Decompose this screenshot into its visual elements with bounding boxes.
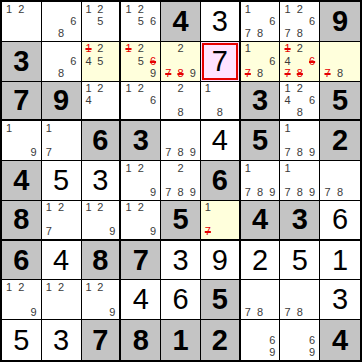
candidate-8: 8 <box>294 187 306 199</box>
solved-digit: 3 <box>332 285 348 314</box>
candidate-7: 7 <box>43 226 55 238</box>
cell-r7c5[interactable]: 3 <box>161 241 201 281</box>
cell-r8c2[interactable]: 12 <box>42 280 82 320</box>
candidate-5: 5 <box>135 15 147 27</box>
cell-r9c5[interactable]: 1 <box>161 320 201 360</box>
candidate-6: 6 <box>147 15 159 27</box>
candidate-1: 1 <box>242 162 254 174</box>
cell-r3c2[interactable]: 9 <box>42 82 82 122</box>
candidate-2: 2 <box>294 43 306 55</box>
candidate-grid: 126 <box>122 83 159 119</box>
cell-r9c6[interactable]: 2 <box>201 320 241 360</box>
solved-digit: 7 <box>212 47 228 76</box>
cell-r4c6[interactable]: 4 <box>201 121 241 161</box>
cell-r4c5[interactable]: 789 <box>161 121 201 161</box>
cell-r6c7[interactable]: 4 <box>241 201 281 241</box>
candidate-grid: 69 <box>281 321 318 359</box>
candidate-9: 9 <box>187 187 199 199</box>
candidate-1: 1 <box>281 83 293 95</box>
candidate-8: 8 <box>214 106 226 118</box>
cell-r7c6[interactable]: 9 <box>201 241 241 281</box>
candidate-grid: 19 <box>3 122 40 159</box>
candidate-2: 2 <box>94 202 106 214</box>
solved-digit: 3 <box>212 7 228 36</box>
candidate-9: 9 <box>306 346 318 359</box>
cell-r9c2[interactable]: 3 <box>42 320 82 360</box>
given-digit: 1 <box>172 326 188 355</box>
candidate-grid: 1245 <box>83 43 119 80</box>
candidate-8: 8 <box>55 28 67 40</box>
solved-digit: 4 <box>53 246 69 275</box>
solved-digit: 3 <box>172 246 188 275</box>
cell-r5c6[interactable]: 6 <box>201 161 241 201</box>
candidate-9: 9 <box>106 306 118 318</box>
candidate-2: 2 <box>135 3 147 15</box>
candidate-2: 2 <box>174 83 186 95</box>
solved-digit: 3 <box>92 166 108 195</box>
candidate-2: 2 <box>55 281 67 293</box>
candidate-7-eliminated: 7 <box>202 226 214 238</box>
candidate-7: 7 <box>281 28 293 40</box>
cell-r1c8[interactable]: 12678 <box>280 2 320 42</box>
candidate-8: 8 <box>254 306 266 318</box>
cell-r1c2[interactable]: 68 <box>42 2 82 42</box>
solved-digit: 6 <box>172 285 188 314</box>
candidate-1: 1 <box>202 83 214 95</box>
candidate-grid: 124 <box>83 83 119 119</box>
cell-r5c3[interactable]: 3 <box>82 161 122 201</box>
candidate-9: 9 <box>187 147 199 159</box>
solved-digit: 4 <box>212 126 228 155</box>
candidate-grid: 68 <box>43 3 80 40</box>
given-digit: 6 <box>13 246 29 275</box>
solved-digit: 5 <box>53 166 69 195</box>
candidate-2: 2 <box>15 281 27 293</box>
candidate-grid: 129 <box>3 281 40 318</box>
candidate-grid: 12468 <box>281 83 318 119</box>
candidate-8: 8 <box>55 67 67 79</box>
solved-digit: 3 <box>53 326 69 355</box>
candidate-grid: 1789 <box>281 122 318 159</box>
solved-digit: 2 <box>252 246 268 275</box>
candidate-1: 1 <box>122 83 134 95</box>
candidate-1-eliminated: 1 <box>122 43 134 55</box>
cell-r8c4[interactable]: 4 <box>121 280 161 320</box>
candidate-1: 1 <box>122 3 134 15</box>
candidate-8: 8 <box>174 187 186 199</box>
cell-r2c9[interactable]: 78 <box>320 42 360 82</box>
candidate-1: 1 <box>43 281 55 293</box>
cell-r9c3[interactable]: 7 <box>82 320 122 360</box>
candidate-grid: 1789 <box>281 162 318 199</box>
solved-digit: 4 <box>133 285 149 314</box>
candidate-1: 1 <box>242 3 254 15</box>
candidate-7-eliminated: 7 <box>162 67 174 79</box>
given-digit: 3 <box>133 126 149 155</box>
cell-r6c5[interactable]: 5 <box>161 201 201 241</box>
candidate-grid: 78 <box>321 162 359 199</box>
candidate-8: 8 <box>294 106 306 118</box>
cell-r9c7[interactable]: 69 <box>241 320 281 360</box>
cell-r1c4[interactable]: 1256 <box>121 2 161 42</box>
candidate-6: 6 <box>266 55 278 67</box>
cell-r5c5[interactable]: 2789 <box>161 161 201 201</box>
candidate-grid: 1256 <box>122 3 159 40</box>
cell-r5c1[interactable]: 4 <box>2 161 42 201</box>
candidate-2: 2 <box>135 202 147 214</box>
given-digit: 2 <box>332 126 348 155</box>
candidate-6: 6 <box>306 15 318 27</box>
candidate-1: 1 <box>3 122 15 134</box>
candidate-2: 2 <box>135 162 147 174</box>
cell-r8c3[interactable]: 129 <box>82 280 122 320</box>
candidate-2: 2 <box>294 83 306 95</box>
candidate-9: 9 <box>147 226 159 238</box>
cell-r6c9[interactable]: 6 <box>320 201 360 241</box>
candidate-1: 1 <box>83 83 95 95</box>
candidate-8: 8 <box>294 28 306 40</box>
cell-r1c3[interactable]: 125 <box>82 2 122 42</box>
given-digit: 7 <box>92 326 108 355</box>
candidate-5: 5 <box>94 55 106 67</box>
candidate-2: 2 <box>55 202 67 214</box>
candidate-7: 7 <box>281 147 293 159</box>
cell-r9c8[interactable]: 69 <box>280 320 320 360</box>
given-digit: 2 <box>212 326 228 355</box>
cell-r7c4[interactable]: 7 <box>121 241 161 281</box>
given-digit: 3 <box>252 86 268 115</box>
candidate-8: 8 <box>254 187 266 199</box>
candidate-grid: 17 <box>202 202 238 238</box>
candidate-6: 6 <box>306 94 318 106</box>
given-digit: 6 <box>212 166 228 195</box>
cell-r1c1[interactable]: 12 <box>2 2 42 42</box>
solved-digit: 1 <box>332 246 348 275</box>
candidate-6: 6 <box>67 15 79 27</box>
given-digit: 3 <box>292 205 308 234</box>
cell-r4c2[interactable]: 17 <box>42 121 82 161</box>
candidate-grid: 78 <box>242 281 279 318</box>
candidate-7-eliminated: 7 <box>321 67 334 79</box>
cell-r2c5[interactable]: 2789 <box>161 42 201 82</box>
candidate-grid: 2789 <box>162 43 199 80</box>
candidate-7: 7 <box>281 187 293 199</box>
cell-r7c7[interactable]: 2 <box>241 241 281 281</box>
cell-r8c6[interactable]: 5 <box>201 280 241 320</box>
candidate-1: 1 <box>3 281 15 293</box>
given-digit: 5 <box>172 205 188 234</box>
candidate-1: 1 <box>242 43 254 55</box>
candidate-9: 9 <box>187 67 199 79</box>
candidate-1: 1 <box>281 122 293 134</box>
candidate-1-eliminated: 1 <box>281 43 293 55</box>
candidate-8: 8 <box>294 306 306 318</box>
candidate-6: 6 <box>67 55 79 67</box>
candidate-9: 9 <box>266 187 278 199</box>
candidate-8: 8 <box>334 187 347 199</box>
candidate-grid: 129 <box>83 202 119 238</box>
cell-r9c1[interactable]: 5 <box>2 320 42 360</box>
candidate-6-eliminated: 6 <box>306 55 318 67</box>
cell-r5c9[interactable]: 78 <box>320 161 360 201</box>
candidate-grid: 28 <box>162 83 199 119</box>
candidate-7: 7 <box>162 147 174 159</box>
candidate-9: 9 <box>106 226 118 238</box>
cell-r4c4[interactable]: 3 <box>121 121 161 161</box>
cell-r3c1[interactable]: 7 <box>2 82 42 122</box>
candidate-9: 9 <box>28 306 40 318</box>
cell-r7c2[interactable]: 4 <box>42 241 82 281</box>
candidate-2: 2 <box>94 3 106 15</box>
candidate-7: 7 <box>43 147 55 159</box>
candidate-grid: 17 <box>43 122 80 159</box>
cell-r2c8[interactable]: 124678 <box>280 42 320 82</box>
given-digit: 5 <box>252 126 268 155</box>
candidate-1: 1 <box>3 3 15 15</box>
candidate-5: 5 <box>135 55 147 67</box>
candidate-8-eliminated: 8 <box>294 67 306 79</box>
candidate-8: 8 <box>174 147 186 159</box>
candidate-2: 2 <box>135 83 147 95</box>
cell-r6c8[interactable]: 3 <box>280 201 320 241</box>
given-digit: 5 <box>332 86 348 115</box>
cell-r1c6[interactable]: 3 <box>201 2 241 42</box>
candidate-9: 9 <box>266 346 278 359</box>
cell-r5c8[interactable]: 1789 <box>280 161 320 201</box>
candidate-grid: 125 <box>83 3 119 40</box>
given-digit: 8 <box>133 326 149 355</box>
candidate-1-eliminated: 1 <box>83 43 95 55</box>
candidate-7-eliminated: 7 <box>242 67 254 79</box>
candidate-2: 2 <box>94 281 106 293</box>
candidate-5: 5 <box>94 15 106 27</box>
candidate-1: 1 <box>83 281 95 293</box>
candidate-7: 7 <box>242 28 254 40</box>
cell-r5c4[interactable]: 129 <box>121 161 161 201</box>
given-digit: 4 <box>252 205 268 234</box>
cell-r9c4[interactable]: 8 <box>121 320 161 360</box>
cell-r2c3[interactable]: 1245 <box>82 42 122 82</box>
candidate-2: 2 <box>174 162 186 174</box>
candidate-grid: 2789 <box>162 162 199 199</box>
cell-r2c2[interactable]: 68 <box>42 42 82 82</box>
cell-r1c5[interactable]: 4 <box>161 2 201 42</box>
cell-r7c9[interactable]: 1 <box>320 241 360 281</box>
candidate-2: 2 <box>15 3 27 15</box>
solved-digit: 9 <box>212 246 228 275</box>
candidate-4: 4 <box>281 94 293 106</box>
cell-r8c5[interactable]: 6 <box>161 280 201 320</box>
cell-r8c7[interactable]: 78 <box>241 280 281 320</box>
candidate-2: 2 <box>94 43 106 55</box>
candidate-7: 7 <box>242 306 254 318</box>
sudoku-board: 1268125125643167812678936812451256927897… <box>0 0 362 362</box>
candidate-8: 8 <box>294 147 306 159</box>
candidate-8-eliminated: 8 <box>174 67 186 79</box>
cell-r7c3[interactable]: 8 <box>82 241 122 281</box>
candidate-6: 6 <box>266 334 278 347</box>
cell-r3c9[interactable]: 5 <box>320 82 360 122</box>
cell-r1c7[interactable]: 1678 <box>241 2 281 42</box>
candidate-7: 7 <box>321 187 334 199</box>
candidate-4: 4 <box>83 55 95 67</box>
cell-r4c1[interactable]: 19 <box>2 121 42 161</box>
candidate-1: 1 <box>43 122 55 134</box>
candidate-9: 9 <box>147 67 159 79</box>
candidate-7: 7 <box>281 306 293 318</box>
candidate-1: 1 <box>122 202 134 214</box>
candidate-grid: 1789 <box>242 162 279 199</box>
candidate-1: 1 <box>83 202 95 214</box>
candidate-7: 7 <box>162 187 174 199</box>
given-digit: 4 <box>172 7 188 36</box>
candidate-grid: 1678 <box>242 43 279 80</box>
candidate-grid: 127 <box>43 202 80 238</box>
cell-r4c9[interactable]: 2 <box>320 121 360 161</box>
given-digit: 6 <box>92 126 108 155</box>
cell-r6c4[interactable]: 129 <box>121 201 161 241</box>
candidate-1: 1 <box>202 202 214 214</box>
candidate-9: 9 <box>28 147 40 159</box>
cell-r6c3[interactable]: 129 <box>82 201 122 241</box>
cell-r2c7[interactable]: 1678 <box>241 42 281 82</box>
cell-r8c8[interactable]: 78 <box>280 280 320 320</box>
candidate-8: 8 <box>254 28 266 40</box>
candidate-4: 4 <box>281 55 293 67</box>
candidate-grid: 12678 <box>281 3 318 40</box>
given-digit: 7 <box>133 246 149 275</box>
cell-r7c8[interactable]: 5 <box>280 241 320 281</box>
candidate-grid: 69 <box>242 321 279 359</box>
candidate-1: 1 <box>122 162 134 174</box>
given-digit: 8 <box>13 205 29 234</box>
given-digit: 4 <box>13 166 29 195</box>
cell-r2c4[interactable]: 12569 <box>121 42 161 82</box>
cell-r4c8[interactable]: 1789 <box>280 121 320 161</box>
candidate-grid: 129 <box>83 281 119 318</box>
given-digit: 9 <box>332 7 348 36</box>
candidate-1: 1 <box>43 202 55 214</box>
cell-r5c2[interactable]: 5 <box>42 161 82 201</box>
candidate-2: 2 <box>135 43 147 55</box>
candidate-grid: 124678 <box>281 43 318 80</box>
candidate-grid: 18 <box>202 83 238 119</box>
cell-r8c9[interactable]: 3 <box>320 280 360 320</box>
solved-digit: 6 <box>332 205 348 234</box>
cell-r5c7[interactable]: 1789 <box>241 161 281 201</box>
candidate-grid: 789 <box>162 122 199 159</box>
candidate-1: 1 <box>83 3 95 15</box>
cell-r4c7[interactable]: 5 <box>241 121 281 161</box>
candidate-1: 1 <box>281 162 293 174</box>
cell-r3c7[interactable]: 3 <box>241 82 281 122</box>
cell-r6c6[interactable]: 17 <box>201 201 241 241</box>
cell-r2c1[interactable]: 3 <box>2 42 42 82</box>
candidate-2: 2 <box>294 3 306 15</box>
candidate-1: 1 <box>281 3 293 15</box>
cell-r9c9[interactable]: 4 <box>320 320 360 360</box>
candidate-grid: 78 <box>281 281 318 318</box>
candidate-6-eliminated: 6 <box>147 55 159 67</box>
candidate-8: 8 <box>174 106 186 118</box>
cell-r3c8[interactable]: 12468 <box>280 82 320 122</box>
cell-r3c3[interactable]: 124 <box>82 82 122 122</box>
candidate-9: 9 <box>306 147 318 159</box>
cell-r3c5[interactable]: 28 <box>161 82 201 122</box>
candidate-2: 2 <box>94 83 106 95</box>
solved-digit: 5 <box>292 246 308 275</box>
candidate-8: 8 <box>254 67 266 79</box>
cell-r2c6[interactable]: 7 <box>201 42 241 82</box>
cell-r3c6[interactable]: 18 <box>201 82 241 122</box>
candidate-9: 9 <box>306 187 318 199</box>
candidate-grid: 129 <box>122 202 159 238</box>
given-digit: 9 <box>53 86 69 115</box>
candidate-grid: 129 <box>122 162 159 199</box>
cell-r8c1[interactable]: 129 <box>2 280 42 320</box>
candidate-6: 6 <box>147 94 159 106</box>
given-digit: 7 <box>13 86 29 115</box>
cell-r7c1[interactable]: 6 <box>2 241 42 281</box>
given-digit: 3 <box>13 47 29 76</box>
given-digit: 5 <box>212 285 228 314</box>
candidate-grid: 78 <box>321 43 359 80</box>
candidate-grid: 1678 <box>242 3 279 40</box>
candidate-grid: 68 <box>43 43 80 80</box>
candidate-grid: 12 <box>43 281 80 318</box>
solved-digit: 5 <box>13 326 29 355</box>
candidate-7: 7 <box>242 187 254 199</box>
candidate-6: 6 <box>266 15 278 27</box>
given-digit: 8 <box>92 246 108 275</box>
candidate-7-eliminated: 7 <box>281 67 293 79</box>
cell-r6c2[interactable]: 127 <box>42 201 82 241</box>
candidate-2: 2 <box>174 43 186 55</box>
candidate-6: 6 <box>306 334 318 347</box>
candidate-8: 8 <box>334 67 347 79</box>
candidate-grid: 12 <box>3 3 40 40</box>
given-digit: 4 <box>332 326 348 355</box>
cell-r3c4[interactable]: 126 <box>121 82 161 122</box>
candidate-4: 4 <box>83 94 95 106</box>
candidate-9: 9 <box>147 187 159 199</box>
candidate-grid: 12569 <box>122 43 159 80</box>
cell-r1c9[interactable]: 9 <box>320 2 360 42</box>
cell-r4c3[interactable]: 6 <box>82 121 122 161</box>
cell-r6c1[interactable]: 8 <box>2 201 42 241</box>
